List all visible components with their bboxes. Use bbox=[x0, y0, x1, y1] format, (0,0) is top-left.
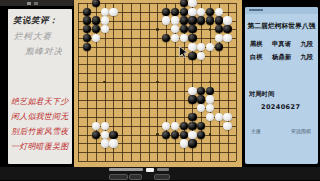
white-stone bbox=[109, 139, 117, 147]
black-stone bbox=[83, 16, 91, 24]
game-time-label: 对局时间 bbox=[249, 90, 274, 99]
white-stone bbox=[215, 34, 223, 42]
poem-line: 闲人似我世间无 bbox=[11, 111, 71, 122]
host-label: 主播 bbox=[251, 128, 261, 134]
black-stone bbox=[162, 8, 170, 16]
black-stone bbox=[188, 16, 196, 24]
white-stone bbox=[197, 43, 205, 51]
black-stone bbox=[188, 113, 196, 121]
host-row: 主播 笑说围棋 bbox=[251, 128, 311, 134]
black-stone bbox=[197, 16, 205, 24]
black-stone bbox=[180, 122, 188, 130]
white-stone bbox=[171, 25, 179, 33]
black-stone bbox=[109, 131, 117, 139]
white-stone bbox=[101, 122, 109, 130]
white-stone bbox=[215, 8, 223, 16]
white-stone bbox=[197, 8, 205, 16]
black-stone bbox=[188, 34, 196, 42]
player-status-text-mark bbox=[109, 168, 143, 171]
white-stone bbox=[109, 8, 117, 16]
white-stone bbox=[92, 34, 100, 42]
black-stone bbox=[206, 87, 214, 95]
black-player-row: 黑棋 申真谞 九段 bbox=[250, 40, 313, 49]
black-stone bbox=[197, 87, 205, 95]
black-stone bbox=[92, 16, 100, 24]
white-stone bbox=[180, 34, 188, 42]
black-player-rank: 九段 bbox=[300, 40, 313, 49]
white-stone bbox=[206, 104, 214, 112]
window-control-icon[interactable] bbox=[27, 2, 31, 5]
panel-titlebar-text-mark bbox=[249, 9, 263, 11]
white-stone bbox=[171, 122, 179, 130]
game-date: 20240627 bbox=[261, 103, 300, 111]
white-stone bbox=[171, 16, 179, 24]
star-point bbox=[156, 28, 159, 31]
black-stone bbox=[215, 16, 223, 24]
white-stone bbox=[188, 131, 196, 139]
black-stone bbox=[188, 122, 196, 130]
window-chrome-bar bbox=[0, 0, 78, 6]
black-stone bbox=[188, 95, 196, 103]
white-stone bbox=[180, 139, 188, 147]
black-stone bbox=[180, 16, 188, 24]
white-stone bbox=[101, 8, 109, 16]
mouse-cursor-icon bbox=[179, 46, 188, 58]
white-player-rank: 九段 bbox=[300, 53, 313, 62]
black-stone bbox=[92, 131, 100, 139]
white-stone bbox=[206, 43, 214, 51]
player-status-text-mark bbox=[157, 168, 169, 171]
black-stone bbox=[206, 8, 214, 16]
white-stone bbox=[223, 113, 231, 121]
white-stone bbox=[162, 122, 170, 130]
black-player-name: 申真谞 bbox=[272, 40, 291, 49]
commentary-subtitle-2: 巅峰对决 bbox=[25, 46, 63, 58]
black-stone bbox=[180, 0, 188, 7]
white-stone bbox=[101, 25, 109, 33]
white-player-row: 白棋 杨鼎新 九段 bbox=[250, 53, 313, 62]
window-control-icon[interactable] bbox=[34, 2, 38, 5]
player-button[interactable] bbox=[129, 174, 142, 181]
host-name: 笑说围棋 bbox=[291, 128, 311, 134]
black-stone bbox=[171, 131, 179, 139]
commentary-header: 笑说笑评： bbox=[13, 15, 58, 27]
grid-line bbox=[236, 3, 237, 161]
white-stone bbox=[101, 131, 109, 139]
player-badge bbox=[146, 168, 154, 172]
star-point bbox=[209, 28, 212, 31]
white-stone bbox=[101, 139, 109, 147]
black-stone bbox=[162, 131, 170, 139]
black-stone bbox=[188, 139, 196, 147]
white-stone bbox=[188, 87, 196, 95]
star-point bbox=[156, 81, 159, 84]
black-stone bbox=[188, 52, 196, 60]
white-stone bbox=[188, 8, 196, 16]
black-stone bbox=[83, 8, 91, 16]
black-stone bbox=[83, 43, 91, 51]
white-stone bbox=[206, 95, 214, 103]
poem-line: 一灯明暗覆吴图 bbox=[11, 141, 71, 152]
black-stone bbox=[180, 25, 188, 33]
player-button[interactable] bbox=[109, 174, 128, 181]
white-stone bbox=[197, 104, 205, 112]
black-stone bbox=[83, 34, 91, 42]
white-stone bbox=[162, 16, 170, 24]
white-player-name: 杨鼎新 bbox=[272, 53, 291, 62]
black-label: 黑棋 bbox=[250, 40, 263, 49]
black-stone bbox=[92, 25, 100, 33]
black-stone bbox=[197, 131, 205, 139]
black-stone bbox=[215, 25, 223, 33]
white-stone bbox=[188, 43, 196, 51]
commentary-subtitle-1: 烂柯大赛 bbox=[14, 31, 52, 43]
white-stone bbox=[171, 34, 179, 42]
black-stone bbox=[197, 95, 205, 103]
white-stone bbox=[223, 122, 231, 130]
star-point bbox=[156, 133, 159, 136]
poem-line: 别后竹窗风雪夜 bbox=[11, 126, 71, 137]
white-stone bbox=[215, 113, 223, 121]
go-board[interactable] bbox=[74, 0, 242, 167]
poem-line: 绝艺如君天下少 bbox=[11, 96, 71, 107]
black-stone bbox=[188, 25, 196, 33]
black-stone bbox=[215, 43, 223, 51]
grid-line bbox=[78, 152, 236, 153]
event-title: 第二届烂柯杯世界八强 bbox=[246, 21, 317, 31]
black-stone bbox=[223, 25, 231, 33]
white-stone bbox=[92, 122, 100, 130]
screen: { "game": "go", "position": { "size": 19… bbox=[0, 0, 320, 180]
black-stone bbox=[206, 16, 214, 24]
black-stone bbox=[162, 34, 170, 42]
white-stone bbox=[206, 113, 214, 121]
white-stone bbox=[223, 34, 231, 42]
black-stone bbox=[180, 131, 188, 139]
white-stone bbox=[101, 16, 109, 24]
grid-line bbox=[78, 161, 236, 162]
black-stone bbox=[92, 0, 100, 7]
white-stone bbox=[197, 52, 205, 60]
player-button[interactable] bbox=[154, 174, 170, 181]
black-stone bbox=[83, 25, 91, 33]
white-stone bbox=[223, 16, 231, 24]
white-label: 白棋 bbox=[250, 53, 263, 62]
white-stone bbox=[188, 0, 196, 7]
black-stone bbox=[197, 122, 205, 130]
black-stone bbox=[171, 8, 179, 16]
black-stone bbox=[180, 8, 188, 16]
